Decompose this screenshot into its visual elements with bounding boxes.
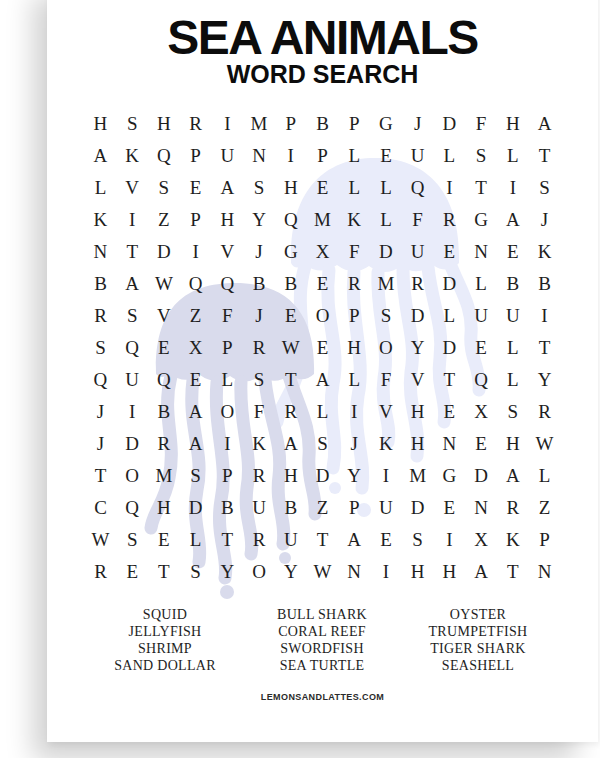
grid-cell: T	[148, 556, 180, 588]
grid-cell: U	[116, 364, 148, 396]
grid-cell: Y	[211, 556, 243, 588]
grid-cell: U	[211, 140, 243, 172]
grid-cell: O	[211, 396, 243, 428]
grid-cell: E	[465, 428, 497, 460]
grid-cell: S	[116, 108, 148, 140]
grid-cell: B	[85, 268, 117, 300]
grid-cell: E	[180, 172, 212, 204]
grid-cell: V	[370, 396, 402, 428]
grid-cell: S	[402, 524, 434, 556]
grid-cell: M	[243, 108, 275, 140]
grid-cell: R	[180, 108, 212, 140]
grid-cell: R	[85, 556, 117, 588]
grid-cell: T	[116, 236, 148, 268]
grid-cell: P	[338, 492, 370, 524]
grid-cell: K	[529, 236, 561, 268]
grid-cell: N	[465, 492, 497, 524]
grid-cell: E	[180, 364, 212, 396]
grid-cell: G	[275, 236, 307, 268]
grid-cell: E	[497, 236, 529, 268]
grid-cell: M	[370, 268, 402, 300]
grid-cell: P	[180, 204, 212, 236]
grid-cell: B	[497, 268, 529, 300]
grid-cell: I	[116, 396, 148, 428]
grid-cell: Q	[116, 492, 148, 524]
grid-cell: L	[307, 396, 339, 428]
grid-cell: H	[275, 460, 307, 492]
grid-cell: Q	[180, 268, 212, 300]
grid-cell: X	[307, 236, 339, 268]
word-list-item: SEASHELL	[429, 657, 528, 674]
grid-cell: H	[148, 492, 180, 524]
grid-cell: E	[307, 332, 339, 364]
grid-cell: B	[243, 268, 275, 300]
grid-cell: S	[370, 300, 402, 332]
grid-cell: L	[85, 172, 117, 204]
grid-cell: F	[370, 364, 402, 396]
grid-cell: W	[307, 556, 339, 588]
grid-cell: A	[180, 428, 212, 460]
word-list-item: SWORDFISH	[277, 640, 367, 657]
grid-cell: L	[180, 524, 212, 556]
grid-cell: L	[434, 300, 466, 332]
grid-cell: D	[370, 236, 402, 268]
grid-cell: Y	[402, 332, 434, 364]
word-list-item: SAND DOLLAR	[114, 657, 216, 674]
grid-cell: F	[211, 300, 243, 332]
grid-cell: J	[243, 236, 275, 268]
grid-cell: F	[402, 204, 434, 236]
grid-cell: H	[211, 204, 243, 236]
grid-cell: E	[434, 492, 466, 524]
grid-cell: D	[307, 460, 339, 492]
grid-cell: I	[434, 172, 466, 204]
grid-cell: N	[85, 236, 117, 268]
grid-cell: N	[434, 428, 466, 460]
word-list-item: SQUID	[114, 606, 216, 623]
grid-cell: Z	[180, 300, 212, 332]
grid-cell: U	[243, 492, 275, 524]
grid-cell: Q	[275, 204, 307, 236]
grid-cell: D	[116, 428, 148, 460]
grid-cell: T	[497, 556, 529, 588]
grid-cell: Y	[275, 556, 307, 588]
grid-cell: L	[338, 172, 370, 204]
word-list-column: OYSTERTRUMPETFISHTIGER SHARKSEASHELL	[429, 606, 528, 674]
grid-cell: S	[529, 172, 561, 204]
grid-cell: K	[85, 204, 117, 236]
grid-cell: R	[497, 492, 529, 524]
grid-cell: J	[243, 300, 275, 332]
grid-cell: J	[529, 204, 561, 236]
grid-cell: T	[211, 524, 243, 556]
grid-cell: A	[338, 524, 370, 556]
grid-cell: R	[338, 268, 370, 300]
puzzle-page: SEA ANIMALS WORD SEARCH HSHRIMPBPGJDFHAA…	[47, 0, 598, 742]
grid-cell: E	[116, 556, 148, 588]
grid-cell: A	[497, 460, 529, 492]
word-list-item: TIGER SHARK	[429, 640, 528, 657]
grid-cell: L	[370, 204, 402, 236]
grid-cell: O	[116, 460, 148, 492]
grid-cell: X	[465, 396, 497, 428]
grid-cell: K	[116, 140, 148, 172]
grid-cell: T	[434, 364, 466, 396]
grid-cell: R	[148, 428, 180, 460]
grid-cell: F	[465, 108, 497, 140]
grid-cell: Q	[148, 364, 180, 396]
grid-cell: T	[275, 364, 307, 396]
grid-cell: I	[497, 172, 529, 204]
grid-cell: Z	[148, 204, 180, 236]
grid-cell: N	[465, 236, 497, 268]
grid-cell: A	[180, 396, 212, 428]
grid-cell: A	[116, 268, 148, 300]
grid-cell: E	[370, 524, 402, 556]
grid-cell: E	[434, 236, 466, 268]
grid-cell: D	[148, 236, 180, 268]
word-search-grid: HSHRIMPBPGJDFHAAKQPUNIPLEULSLTLVSEASHELL…	[85, 108, 561, 588]
grid-cell: A	[211, 172, 243, 204]
grid-cell: L	[465, 268, 497, 300]
grid-cell: L	[370, 172, 402, 204]
grid-cell: E	[307, 268, 339, 300]
grid-cell: F	[243, 396, 275, 428]
grid-cell: L	[338, 140, 370, 172]
grid-cell: S	[307, 428, 339, 460]
grid-cell: A	[307, 364, 339, 396]
grid-cell: Q	[116, 332, 148, 364]
grid-cell: Q	[148, 140, 180, 172]
grid-cell: H	[338, 332, 370, 364]
grid-cell: P	[211, 460, 243, 492]
grid-cell: B	[211, 492, 243, 524]
grid-cell: S	[243, 172, 275, 204]
word-list-item: OYSTER	[429, 606, 528, 623]
grid-cell: N	[243, 140, 275, 172]
grid-cell: I	[275, 140, 307, 172]
grid-cell: I	[434, 524, 466, 556]
grid-cell: H	[497, 108, 529, 140]
grid-cell: U	[402, 140, 434, 172]
grid-cell: O	[370, 332, 402, 364]
grid-cell: Y	[338, 460, 370, 492]
grid-cell: E	[275, 300, 307, 332]
grid-cell: A	[529, 108, 561, 140]
grid-cell: H	[402, 396, 434, 428]
grid-cell: G	[434, 460, 466, 492]
grid-cell: V	[211, 236, 243, 268]
grid-cell: D	[434, 332, 466, 364]
grid-cell: S	[148, 172, 180, 204]
grid-cell: K	[370, 428, 402, 460]
grid-cell: E	[370, 140, 402, 172]
grid-cell: J	[85, 428, 117, 460]
grid-cell: Y	[243, 204, 275, 236]
grid-cell: E	[307, 172, 339, 204]
grid-cell: I	[211, 428, 243, 460]
grid-cell: K	[497, 524, 529, 556]
grid-cell: D	[402, 492, 434, 524]
grid-cell: W	[275, 332, 307, 364]
grid-cell: S	[116, 524, 148, 556]
grid-cell: H	[275, 172, 307, 204]
grid-cell: C	[85, 492, 117, 524]
grid-cell: R	[275, 396, 307, 428]
word-list-item: SEA TURTLE	[277, 657, 367, 674]
grid-cell: H	[402, 428, 434, 460]
grid-cell: N	[529, 556, 561, 588]
grid-cell: Q	[402, 172, 434, 204]
grid-cell: I	[370, 460, 402, 492]
grid-cell: S	[465, 140, 497, 172]
grid-cell: T	[465, 172, 497, 204]
grid-cell: H	[434, 556, 466, 588]
grid-cell: R	[243, 460, 275, 492]
grid-cell: B	[529, 268, 561, 300]
grid-cell: L	[338, 364, 370, 396]
grid-cell: P	[338, 300, 370, 332]
grid-cell: P	[180, 140, 212, 172]
grid-cell: L	[434, 140, 466, 172]
page-subtitle: WORD SEARCH	[47, 62, 598, 87]
grid-cell: W	[148, 268, 180, 300]
grid-cell: B	[275, 268, 307, 300]
grid-cell: V	[116, 172, 148, 204]
grid-cell: J	[85, 396, 117, 428]
word-list-column: BULL SHARKCORAL REEFSWORDFISHSEA TURTLE	[277, 606, 367, 674]
word-list-item: BULL SHARK	[277, 606, 367, 623]
grid-cell: U	[275, 524, 307, 556]
grid-cell: N	[338, 556, 370, 588]
grid-cell: I	[116, 204, 148, 236]
grid-cell: J	[338, 428, 370, 460]
grid-cell: R	[85, 300, 117, 332]
grid-cell: P	[307, 140, 339, 172]
grid-cell: D	[465, 460, 497, 492]
grid-cell: D	[180, 492, 212, 524]
grid-cell: Q	[211, 268, 243, 300]
grid-cell: A	[275, 428, 307, 460]
grid-cell: I	[529, 300, 561, 332]
grid-cell: I	[338, 396, 370, 428]
grid-cell: L	[211, 364, 243, 396]
grid-cell: M	[307, 204, 339, 236]
grid-cell: S	[180, 460, 212, 492]
grid-cell: D	[434, 108, 466, 140]
grid-cell: W	[529, 428, 561, 460]
grid-cell: A	[465, 556, 497, 588]
grid-cell: X	[180, 332, 212, 364]
grid-cell: P	[211, 332, 243, 364]
grid-cell: J	[402, 108, 434, 140]
grid-cell: T	[529, 332, 561, 364]
grid-cell: I	[370, 556, 402, 588]
grid-cell: E	[465, 332, 497, 364]
grid-cell: S	[116, 300, 148, 332]
grid-cell: Z	[529, 492, 561, 524]
grid-cell: U	[370, 492, 402, 524]
page-title: SEA ANIMALS	[47, 14, 598, 62]
grid-cell: A	[497, 204, 529, 236]
grid-cell: S	[497, 396, 529, 428]
grid-cell: B	[307, 108, 339, 140]
grid-cell: U	[402, 236, 434, 268]
footer-site-credit: LEMONSANDLATTES.COM	[47, 692, 598, 702]
grid-cell: O	[243, 556, 275, 588]
grid-cell: W	[85, 524, 117, 556]
grid-cell: X	[465, 524, 497, 556]
grid-cell: L	[497, 140, 529, 172]
grid-cell: H	[148, 108, 180, 140]
grid-cell: M	[402, 460, 434, 492]
grid-cell: E	[434, 396, 466, 428]
grid-cell: M	[148, 460, 180, 492]
grid-cell: A	[85, 140, 117, 172]
grid-cell: I	[180, 236, 212, 268]
grid-cell: D	[434, 268, 466, 300]
word-list-item: TRUMPETFISH	[429, 623, 528, 640]
word-list-column: SQUIDJELLYFISHSHRIMPSAND DOLLAR	[114, 606, 216, 674]
grid-cell: T	[529, 140, 561, 172]
grid-cell: L	[497, 332, 529, 364]
grid-cell: F	[338, 236, 370, 268]
word-list-item: CORAL REEF	[277, 623, 367, 640]
grid-cell: V	[402, 364, 434, 396]
grid-cell: U	[497, 300, 529, 332]
grid-cell: L	[529, 460, 561, 492]
grid-cell: B	[275, 492, 307, 524]
grid-cell: E	[148, 332, 180, 364]
grid-cell: S	[85, 332, 117, 364]
grid-cell: Y	[529, 364, 561, 396]
grid-cell: S	[180, 556, 212, 588]
grid-cell: P	[529, 524, 561, 556]
grid-cell: G	[370, 108, 402, 140]
grid-cell: H	[497, 428, 529, 460]
grid-cell: U	[465, 300, 497, 332]
grid-cell: Q	[465, 364, 497, 396]
grid-cell: Q	[85, 364, 117, 396]
grid-cell: P	[338, 108, 370, 140]
grid-cell: R	[402, 268, 434, 300]
grid-cell: L	[497, 364, 529, 396]
grid-cell: T	[307, 524, 339, 556]
grid-cell: V	[148, 300, 180, 332]
grid-cell: H	[402, 556, 434, 588]
word-list-item: SHRIMP	[114, 640, 216, 657]
grid-cell: H	[85, 108, 117, 140]
grid-cell: R	[243, 332, 275, 364]
grid-cell: P	[275, 108, 307, 140]
grid-cell: R	[529, 396, 561, 428]
grid-cell: K	[338, 204, 370, 236]
grid-cell: S	[243, 364, 275, 396]
grid-cell: I	[211, 108, 243, 140]
grid-cell: E	[148, 524, 180, 556]
grid-cell: O	[307, 300, 339, 332]
grid-cell: G	[465, 204, 497, 236]
grid-cell: R	[434, 204, 466, 236]
grid-cell: K	[243, 428, 275, 460]
word-list-item: JELLYFISH	[114, 623, 216, 640]
grid-cell: Z	[307, 492, 339, 524]
grid-cell: R	[243, 524, 275, 556]
grid-cell: B	[148, 396, 180, 428]
grid-cell: D	[402, 300, 434, 332]
grid-cell: T	[85, 460, 117, 492]
